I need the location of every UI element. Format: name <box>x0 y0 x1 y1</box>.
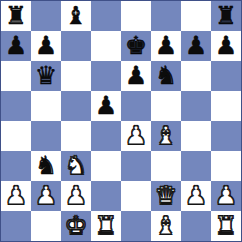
square-b6[interactable]: ♛ <box>31 61 61 91</box>
square-h3[interactable] <box>211 151 241 181</box>
square-g3[interactable] <box>181 151 211 181</box>
square-a5[interactable] <box>1 91 31 121</box>
square-d7[interactable] <box>91 31 121 61</box>
square-a2[interactable]: ♟ <box>1 181 31 211</box>
piece-black-king[interactable]: ♚ <box>125 33 147 58</box>
square-g7[interactable]: ♟ <box>181 31 211 61</box>
square-a8[interactable]: ♜ <box>1 1 31 31</box>
square-e2[interactable] <box>121 181 151 211</box>
square-e5[interactable] <box>121 91 151 121</box>
square-b1[interactable] <box>31 211 61 241</box>
square-a4[interactable] <box>1 121 31 151</box>
square-a1[interactable] <box>1 211 31 241</box>
piece-black-bishop[interactable]: ♝ <box>65 3 87 28</box>
square-g4[interactable] <box>181 121 211 151</box>
square-h2[interactable]: ♟ <box>211 181 241 211</box>
piece-white-bishop[interactable]: ♝ <box>155 213 177 238</box>
piece-white-pawn[interactable]: ♟ <box>5 183 27 208</box>
square-e8[interactable] <box>121 1 151 31</box>
square-b2[interactable]: ♟ <box>31 181 61 211</box>
piece-black-rook[interactable]: ♜ <box>215 3 237 28</box>
square-e3[interactable] <box>121 151 151 181</box>
square-c5[interactable] <box>61 91 91 121</box>
square-h6[interactable] <box>211 61 241 91</box>
square-d4[interactable] <box>91 121 121 151</box>
piece-white-bishop[interactable]: ♝ <box>155 123 177 148</box>
piece-white-pawn[interactable]: ♟ <box>65 183 87 208</box>
square-g2[interactable]: ♟ <box>181 181 211 211</box>
square-h5[interactable] <box>211 91 241 121</box>
square-f6[interactable]: ♞ <box>151 61 181 91</box>
piece-white-pawn[interactable]: ♟ <box>125 123 147 148</box>
square-a6[interactable] <box>1 61 31 91</box>
piece-black-knight[interactable]: ♞ <box>35 153 57 178</box>
square-f4[interactable]: ♝ <box>151 121 181 151</box>
square-h4[interactable] <box>211 121 241 151</box>
chess-diagram: ♜♝♜♟♟♚♟♟♟♛♟♞♟♟♝♞♞♟♟♟♛♟♟♚♜♝♜ <box>0 0 242 242</box>
piece-white-pawn[interactable]: ♟ <box>35 183 57 208</box>
square-e1[interactable] <box>121 211 151 241</box>
square-e4[interactable]: ♟ <box>121 121 151 151</box>
square-a3[interactable] <box>1 151 31 181</box>
square-c6[interactable] <box>61 61 91 91</box>
piece-white-queen[interactable]: ♛ <box>155 183 177 208</box>
square-b4[interactable] <box>31 121 61 151</box>
square-c1[interactable]: ♚ <box>61 211 91 241</box>
square-h8[interactable]: ♜ <box>211 1 241 31</box>
square-a7[interactable]: ♟ <box>1 31 31 61</box>
piece-black-pawn[interactable]: ♟ <box>95 93 117 118</box>
piece-white-king[interactable]: ♚ <box>65 213 87 238</box>
square-d5[interactable]: ♟ <box>91 91 121 121</box>
square-h7[interactable]: ♟ <box>211 31 241 61</box>
square-f5[interactable] <box>151 91 181 121</box>
square-c8[interactable]: ♝ <box>61 1 91 31</box>
square-h1[interactable]: ♜ <box>211 211 241 241</box>
square-d2[interactable] <box>91 181 121 211</box>
square-e6[interactable]: ♟ <box>121 61 151 91</box>
square-b8[interactable] <box>31 1 61 31</box>
square-c4[interactable] <box>61 121 91 151</box>
square-d8[interactable] <box>91 1 121 31</box>
square-f1[interactable]: ♝ <box>151 211 181 241</box>
piece-white-knight[interactable]: ♞ <box>65 153 87 178</box>
square-g6[interactable] <box>181 61 211 91</box>
piece-black-pawn[interactable]: ♟ <box>35 33 57 58</box>
square-f2[interactable]: ♛ <box>151 181 181 211</box>
square-g8[interactable] <box>181 1 211 31</box>
piece-black-rook[interactable]: ♜ <box>5 3 27 28</box>
piece-white-pawn[interactable]: ♟ <box>215 183 237 208</box>
square-g1[interactable] <box>181 211 211 241</box>
square-b7[interactable]: ♟ <box>31 31 61 61</box>
square-d1[interactable]: ♜ <box>91 211 121 241</box>
piece-black-pawn[interactable]: ♟ <box>155 33 177 58</box>
piece-black-pawn[interactable]: ♟ <box>185 33 207 58</box>
square-c3[interactable]: ♞ <box>61 151 91 181</box>
square-f7[interactable]: ♟ <box>151 31 181 61</box>
piece-white-rook[interactable]: ♜ <box>95 213 117 238</box>
piece-black-pawn[interactable]: ♟ <box>5 33 27 58</box>
square-c7[interactable] <box>61 31 91 61</box>
square-c2[interactable]: ♟ <box>61 181 91 211</box>
piece-white-rook[interactable]: ♜ <box>215 213 237 238</box>
chess-board: ♜♝♜♟♟♚♟♟♟♛♟♞♟♟♝♞♞♟♟♟♛♟♟♚♜♝♜ <box>0 0 242 242</box>
piece-black-pawn[interactable]: ♟ <box>215 33 237 58</box>
square-e7[interactable]: ♚ <box>121 31 151 61</box>
square-f8[interactable] <box>151 1 181 31</box>
square-g5[interactable] <box>181 91 211 121</box>
piece-black-pawn[interactable]: ♟ <box>125 63 147 88</box>
piece-white-pawn[interactable]: ♟ <box>185 183 207 208</box>
square-d6[interactable] <box>91 61 121 91</box>
square-b5[interactable] <box>31 91 61 121</box>
square-b3[interactable]: ♞ <box>31 151 61 181</box>
square-d3[interactable] <box>91 151 121 181</box>
piece-black-queen[interactable]: ♛ <box>35 63 57 88</box>
square-f3[interactable] <box>151 151 181 181</box>
piece-black-knight[interactable]: ♞ <box>155 63 177 88</box>
